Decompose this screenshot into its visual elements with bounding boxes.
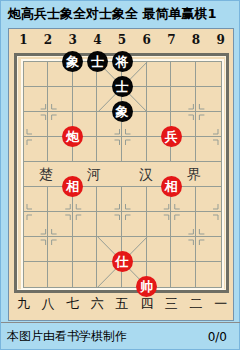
- footer-divider: [1, 322, 240, 323]
- file-label-top: 1: [11, 31, 36, 49]
- file-label-top: 7: [159, 31, 184, 49]
- file-label-top: 5: [110, 31, 135, 49]
- file-label-bottom: 四: [134, 295, 159, 313]
- position-marker: [40, 104, 56, 120]
- file-label-bottom: 九: [11, 295, 36, 313]
- file-label-bottom: 六: [85, 295, 110, 313]
- page-title: 炮高兵士象全对士象全 最简单赢棋1: [8, 5, 217, 23]
- credit-text: 本图片由看书学棋制作: [7, 328, 127, 345]
- piece-black-advisor[interactable]: 士: [87, 51, 108, 72]
- piece-red-pawn[interactable]: 兵: [161, 126, 182, 147]
- top-file-labels: 123456789: [11, 31, 233, 49]
- river-text: 楚: [38, 165, 54, 183]
- piece-red-advisor[interactable]: 仕: [112, 251, 133, 272]
- bottom-file-labels: 九八七六五四三二一: [11, 295, 233, 313]
- position-marker: [65, 204, 81, 220]
- position-marker: [27, 204, 32, 220]
- file-label-top: 8: [184, 31, 209, 49]
- file-label-top: 4: [85, 31, 110, 49]
- river-text: 界: [186, 165, 202, 183]
- piece-red-elephant[interactable]: 相: [161, 176, 182, 197]
- file-label-bottom: 七: [60, 295, 85, 313]
- file-label-top: 9: [208, 31, 233, 49]
- move-counter: 0/0: [208, 330, 227, 344]
- file-label-bottom: 五: [110, 295, 135, 313]
- river-text: 河: [86, 165, 102, 183]
- status-bar: 本图片由看书学棋制作 0/0: [1, 324, 240, 349]
- position-marker: [27, 129, 32, 145]
- file-label-bottom: 一: [208, 295, 233, 313]
- piece-red-general[interactable]: 帅: [136, 276, 157, 297]
- piece-black-elephant[interactable]: 象: [112, 101, 133, 122]
- position-marker: [163, 204, 179, 220]
- piece-black-general[interactable]: 将: [112, 51, 133, 72]
- file-label-top: 3: [60, 31, 85, 49]
- position-marker: [114, 129, 130, 145]
- piece-black-advisor[interactable]: 士: [112, 76, 133, 97]
- board-panel: 123456789 楚河汉界象士将士象炮兵相相仕帅 九八七六五四三二一: [8, 28, 234, 321]
- file-label-bottom: 三: [159, 295, 184, 313]
- river-text: 汉: [138, 165, 154, 183]
- file-label-top: 6: [134, 31, 159, 49]
- position-marker: [40, 229, 56, 245]
- position-marker: [213, 204, 218, 220]
- file-label-bottom: 八: [36, 295, 61, 313]
- position-marker: [188, 104, 204, 120]
- position-marker: [114, 204, 130, 220]
- position-marker: [188, 229, 204, 245]
- file-label-top: 2: [36, 31, 61, 49]
- app-window: 炮高兵士象全对士象全 最简单赢棋1 123456789 楚河汉界象士将士象炮兵相…: [0, 0, 240, 350]
- position-marker: [213, 129, 218, 145]
- file-label-bottom: 二: [184, 295, 209, 313]
